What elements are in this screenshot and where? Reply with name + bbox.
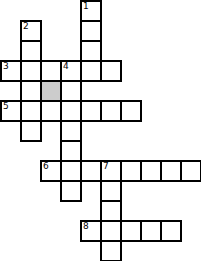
- grid-cell[interactable]: [20, 120, 42, 142]
- grid-cell[interactable]: 6: [40, 160, 62, 182]
- grid-cell[interactable]: [60, 180, 82, 202]
- grid-cell[interactable]: [100, 180, 122, 202]
- shaded-cell[interactable]: [40, 80, 62, 102]
- grid-cell[interactable]: [60, 120, 82, 142]
- grid-cell[interactable]: [100, 240, 122, 261]
- clue-number: 2: [23, 21, 29, 31]
- grid-cell[interactable]: [40, 60, 62, 82]
- grid-cell[interactable]: [120, 220, 142, 242]
- grid-cell[interactable]: 1: [80, 0, 102, 22]
- clue-number: 5: [3, 101, 9, 111]
- grid-cell[interactable]: [60, 100, 82, 122]
- grid-cell[interactable]: [40, 100, 62, 122]
- grid-cell[interactable]: [180, 160, 201, 182]
- clue-number: 4: [63, 61, 69, 71]
- grid-cell[interactable]: [60, 80, 82, 102]
- grid-cell[interactable]: [20, 100, 42, 122]
- clue-number: 1: [83, 1, 89, 11]
- grid-cell[interactable]: [140, 160, 162, 182]
- crossword-board: 12345678: [0, 0, 201, 261]
- clue-number: 3: [3, 61, 9, 71]
- grid-cell[interactable]: [100, 60, 122, 82]
- grid-cell[interactable]: [100, 100, 122, 122]
- grid-cell[interactable]: [80, 20, 102, 42]
- grid-cell[interactable]: [100, 200, 122, 222]
- grid-cell[interactable]: [120, 100, 142, 122]
- grid-cell[interactable]: [60, 140, 82, 162]
- grid-cell[interactable]: [80, 60, 102, 82]
- grid-cell[interactable]: [80, 40, 102, 62]
- grid-cell[interactable]: [140, 220, 162, 242]
- grid-cell[interactable]: [120, 160, 142, 182]
- grid-cell[interactable]: [20, 80, 42, 102]
- grid-cell[interactable]: [80, 160, 102, 182]
- grid-cell[interactable]: [100, 220, 122, 242]
- grid-cell[interactable]: 4: [60, 60, 82, 82]
- grid-cell[interactable]: [160, 160, 182, 182]
- grid-cell[interactable]: [80, 100, 102, 122]
- page-background: 12345678: [0, 0, 201, 261]
- grid-cell[interactable]: [20, 60, 42, 82]
- grid-cell[interactable]: [160, 220, 182, 242]
- grid-cell[interactable]: 3: [0, 60, 22, 82]
- clue-number: 6: [43, 161, 49, 171]
- clue-number: 7: [103, 161, 109, 171]
- grid-cell[interactable]: 2: [20, 20, 42, 42]
- grid-cell[interactable]: 5: [0, 100, 22, 122]
- grid-cell[interactable]: 7: [100, 160, 122, 182]
- grid-cell[interactable]: [60, 160, 82, 182]
- clue-number: 8: [83, 221, 89, 231]
- grid-cell[interactable]: 8: [80, 220, 102, 242]
- grid-cell[interactable]: [20, 40, 42, 62]
